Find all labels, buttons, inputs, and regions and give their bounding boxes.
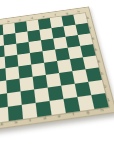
- rank-label-8: 8: [85, 13, 91, 22]
- rank-label-5: 5: [93, 44, 100, 54]
- rank-label-3: 3: [99, 68, 106, 79]
- rank-label-1: 1: [105, 94, 113, 106]
- file-label-a: a: [0, 120, 8, 127]
- file-label-h: h: [95, 106, 108, 112]
- file-label-g: g: [81, 108, 94, 114]
- file-label-f: f: [67, 110, 80, 116]
- rank-label-2: 2: [102, 80, 109, 92]
- product-photo: abcdefgh abcdefgh 87654321 87654321: [0, 0, 114, 144]
- file-label-e: e: [53, 112, 66, 118]
- file-label-d: d: [38, 114, 51, 120]
- rank-label-6: 6: [90, 34, 96, 44]
- rank-label-4: 4: [96, 56, 103, 67]
- file-label-b: b: [10, 118, 23, 125]
- file-label-c: c: [24, 116, 37, 122]
- chessboard: abcdefgh abcdefgh 87654321 87654321: [0, 6, 114, 131]
- rank-label-7: 7: [87, 23, 93, 32]
